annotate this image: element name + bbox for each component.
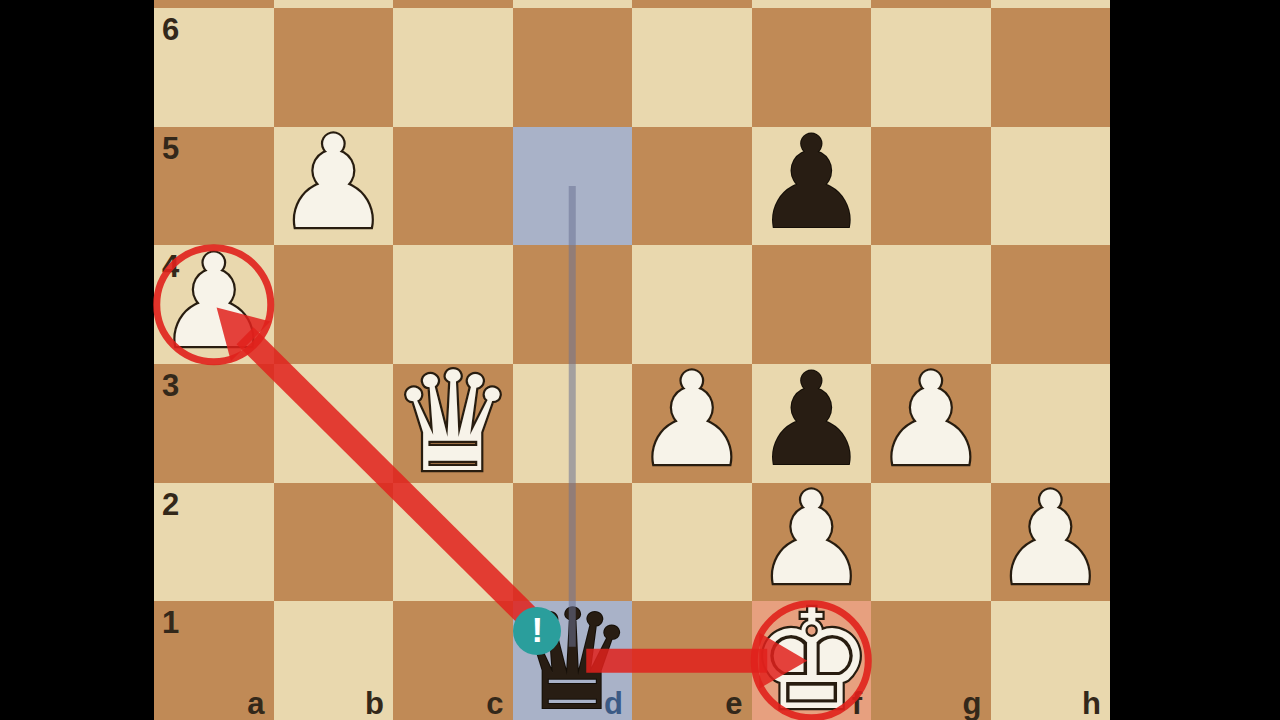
piece-black-pawn-f5[interactable]: ♟ (752, 127, 872, 246)
square-c1[interactable]: c (393, 601, 513, 720)
square-d7-partial[interactable] (513, 0, 633, 8)
square-b6[interactable] (274, 8, 394, 127)
square-a3[interactable]: 3 (154, 364, 274, 483)
move-quality-badge: ! (513, 607, 561, 655)
file-label-b: b (365, 686, 384, 720)
square-f3[interactable]: ♟ (752, 364, 872, 483)
square-h4[interactable] (991, 245, 1111, 364)
piece-white-pawn-h2[interactable]: ♟ (991, 483, 1111, 602)
square-a4[interactable]: 4♟ (154, 245, 274, 364)
square-e5[interactable] (632, 127, 752, 246)
square-b3[interactable] (274, 364, 394, 483)
square-g5[interactable] (871, 127, 991, 246)
square-f7-partial[interactable] (752, 0, 872, 8)
square-h7-partial[interactable] (991, 0, 1111, 8)
square-f6[interactable] (752, 8, 872, 127)
rank-label-5: 5 (162, 131, 179, 167)
square-g3[interactable]: ♟ (871, 364, 991, 483)
square-a1[interactable]: 1a (154, 601, 274, 720)
file-label-e: e (725, 686, 742, 720)
letterbox-left (0, 0, 154, 720)
rank-label-6: 6 (162, 12, 179, 48)
square-d5[interactable] (513, 127, 633, 246)
rank-label-2: 2 (162, 487, 179, 523)
square-g6[interactable] (871, 8, 991, 127)
rank-label-3: 3 (162, 368, 179, 404)
square-e7-partial[interactable] (632, 0, 752, 8)
square-a6[interactable]: 6 (154, 8, 274, 127)
piece-white-pawn-e3[interactable]: ♟ (632, 364, 752, 483)
square-b1[interactable]: b (274, 601, 394, 720)
square-b4[interactable] (274, 245, 394, 364)
square-h3[interactable] (991, 364, 1111, 483)
piece-white-queen-c3[interactable]: ♛ (393, 364, 513, 483)
square-h1[interactable]: h (991, 601, 1111, 720)
square-e1[interactable]: e (632, 601, 752, 720)
square-f5[interactable]: ♟ (752, 127, 872, 246)
square-e3[interactable]: ♟ (632, 364, 752, 483)
move-quality-glyph: ! (531, 610, 543, 650)
square-b2[interactable] (274, 483, 394, 602)
file-label-f: f (852, 686, 862, 720)
square-a5[interactable]: 5 (154, 127, 274, 246)
square-d6[interactable] (513, 8, 633, 127)
square-f4[interactable] (752, 245, 872, 364)
rank-label-4: 4 (162, 249, 179, 285)
file-label-c: c (486, 686, 503, 720)
square-e6[interactable] (632, 8, 752, 127)
square-f1[interactable]: f♚ (752, 601, 872, 720)
square-c6[interactable] (393, 8, 513, 127)
letterbox-right (1110, 0, 1280, 720)
square-g2[interactable] (871, 483, 991, 602)
file-label-a: a (247, 686, 264, 720)
piece-black-pawn-f3[interactable]: ♟ (752, 364, 872, 483)
square-b7-partial[interactable] (274, 0, 394, 8)
square-e2[interactable] (632, 483, 752, 602)
file-label-g: g (963, 686, 982, 720)
square-h6[interactable] (991, 8, 1111, 127)
square-g1[interactable]: g (871, 601, 991, 720)
square-g4[interactable] (871, 245, 991, 364)
rank-label-1: 1 (162, 605, 179, 641)
square-d4[interactable] (513, 245, 633, 364)
square-d3[interactable] (513, 364, 633, 483)
square-b5[interactable]: ♟ (274, 127, 394, 246)
square-a2[interactable]: 2 (154, 483, 274, 602)
square-h5[interactable] (991, 127, 1111, 246)
file-label-h: h (1082, 686, 1101, 720)
chess-board[interactable]: 65♟♟4♟3♛♟♟♟2♟♟1abcd♛ef♚gh (154, 0, 1110, 720)
square-a7-partial[interactable] (154, 0, 274, 8)
square-c7-partial[interactable] (393, 0, 513, 8)
square-c2[interactable] (393, 483, 513, 602)
file-label-d: d (604, 686, 623, 720)
piece-white-pawn-g3[interactable]: ♟ (871, 364, 991, 483)
square-c5[interactable] (393, 127, 513, 246)
piece-white-pawn-b5[interactable]: ♟ (274, 127, 394, 246)
square-h2[interactable]: ♟ (991, 483, 1111, 602)
square-e4[interactable] (632, 245, 752, 364)
square-c3[interactable]: ♛ (393, 364, 513, 483)
square-g7-partial[interactable] (871, 0, 991, 8)
